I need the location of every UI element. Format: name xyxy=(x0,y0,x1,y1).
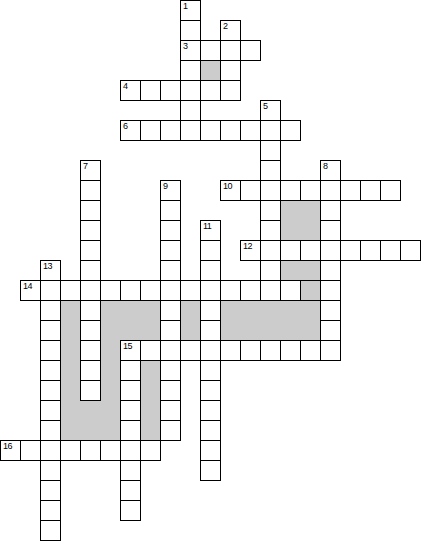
cell-r3-c11[interactable] xyxy=(220,60,241,81)
cell-r13-c2[interactable]: 13 xyxy=(40,260,61,281)
shaded-cell-r21-c5 xyxy=(100,420,121,441)
cell-r11-c8[interactable] xyxy=(160,220,181,241)
cell-r14-c7[interactable] xyxy=(140,280,161,301)
shaded-cell-r3-c10 xyxy=(200,60,221,81)
cell-r22-c5[interactable] xyxy=(100,440,121,461)
cell-r2-c10[interactable] xyxy=(200,40,221,61)
shaded-cell-r19-c5 xyxy=(100,380,121,401)
cell-r11-c13[interactable] xyxy=(260,220,281,241)
cell-r17-c15[interactable] xyxy=(300,340,321,361)
cell-r22-c7[interactable] xyxy=(140,440,161,461)
cell-r9-c16[interactable] xyxy=(320,180,341,201)
clue-number-12: 12 xyxy=(243,242,252,250)
clue-number-7: 7 xyxy=(83,162,88,170)
cell-r6-c6[interactable]: 6 xyxy=(120,120,141,141)
shaded-cell-r17-c5 xyxy=(100,340,121,361)
cell-r13-c8[interactable] xyxy=(160,260,181,281)
cell-r17-c2[interactable] xyxy=(40,340,61,361)
crossword-board: 12345678910111213141516 xyxy=(0,0,421,541)
cell-r9-c8[interactable]: 9 xyxy=(160,180,181,201)
shaded-cell-r21-c7 xyxy=(140,420,161,441)
shaded-cell-r16-c14 xyxy=(280,320,301,341)
cell-r9-c11[interactable]: 10 xyxy=(220,180,241,201)
shaded-cell-r17-c3 xyxy=(60,340,81,361)
shaded-cell-r16-c5 xyxy=(100,320,121,341)
cell-r15-c8[interactable] xyxy=(160,300,181,321)
cell-r11-c16[interactable] xyxy=(320,220,341,241)
shaded-cell-r19-c7 xyxy=(140,380,161,401)
clue-number-14: 14 xyxy=(23,282,32,290)
cell-r4-c7[interactable] xyxy=(140,80,161,101)
clue-number-11: 11 xyxy=(203,222,211,230)
cell-r14-c3[interactable] xyxy=(60,280,81,301)
cell-r5-c9[interactable] xyxy=(180,100,201,121)
cell-r14-c1[interactable]: 14 xyxy=(20,280,41,301)
cell-r12-c15[interactable] xyxy=(300,240,321,261)
shaded-cell-r20-c4 xyxy=(80,400,101,421)
cell-r15-c4[interactable] xyxy=(80,300,101,321)
cell-r17-c7[interactable] xyxy=(140,340,161,361)
cell-r22-c0[interactable]: 16 xyxy=(0,440,21,461)
cell-r26-c2[interactable] xyxy=(40,520,61,541)
shaded-cell-r19-c3 xyxy=(60,380,81,401)
shaded-cell-r16-c7 xyxy=(140,320,161,341)
cell-r10-c4[interactable] xyxy=(80,200,101,221)
cell-r19-c8[interactable] xyxy=(160,380,181,401)
cell-r14-c2[interactable] xyxy=(40,280,61,301)
cell-r17-c8[interactable] xyxy=(160,340,181,361)
cell-r16-c2[interactable] xyxy=(40,320,61,341)
clue-number-9: 9 xyxy=(163,182,168,190)
cell-r14-c5[interactable] xyxy=(100,280,121,301)
cell-r18-c2[interactable] xyxy=(40,360,61,381)
cell-r1-c11[interactable]: 2 xyxy=(220,20,241,41)
cell-r17-c6[interactable]: 15 xyxy=(120,340,141,361)
cell-r5-c13[interactable]: 5 xyxy=(260,100,281,121)
cell-r9-c17[interactable] xyxy=(340,180,361,201)
cell-r9-c15[interactable] xyxy=(300,180,321,201)
cell-r20-c8[interactable] xyxy=(160,400,181,421)
shaded-cell-r21-c4 xyxy=(80,420,101,441)
shaded-cell-r16-c9 xyxy=(180,320,201,341)
clue-number-5: 5 xyxy=(263,102,268,110)
shaded-cell-r11-c15 xyxy=(300,220,321,241)
shaded-cell-r15-c11 xyxy=(220,300,241,321)
clue-number-4: 4 xyxy=(123,82,128,90)
cell-r18-c10[interactable] xyxy=(200,360,221,381)
shaded-cell-r15-c14 xyxy=(280,300,301,321)
cell-r7-c13[interactable] xyxy=(260,140,281,161)
cell-r12-c10[interactable] xyxy=(200,240,221,261)
cell-r16-c8[interactable] xyxy=(160,320,181,341)
cell-r16-c16[interactable] xyxy=(320,320,341,341)
cell-r24-c6[interactable] xyxy=(120,480,141,501)
clue-number-10: 10 xyxy=(223,182,232,190)
cell-r9-c14[interactable] xyxy=(280,180,301,201)
cell-r13-c4[interactable] xyxy=(80,260,101,281)
cell-r21-c2[interactable] xyxy=(40,420,61,441)
cell-r12-c16[interactable] xyxy=(320,240,341,261)
cell-r21-c10[interactable] xyxy=(200,420,221,441)
cell-r17-c9[interactable] xyxy=(180,340,201,361)
cell-r21-c6[interactable] xyxy=(120,420,141,441)
cell-r9-c18[interactable] xyxy=(360,180,381,201)
shaded-cell-r16-c3 xyxy=(60,320,81,341)
cell-r14-c8[interactable] xyxy=(160,280,181,301)
cell-r14-c4[interactable] xyxy=(80,280,101,301)
shaded-cell-r16-c15 xyxy=(300,320,321,341)
shaded-cell-r15-c3 xyxy=(60,300,81,321)
shaded-cell-r20-c5 xyxy=(100,400,121,421)
cell-r12-c19[interactable] xyxy=(380,240,401,261)
shaded-cell-r13-c14 xyxy=(280,260,301,281)
shaded-cell-r16-c12 xyxy=(240,320,261,341)
clue-number-8: 8 xyxy=(323,162,328,170)
cell-r23-c10[interactable] xyxy=(200,460,221,481)
cell-r19-c10[interactable] xyxy=(200,380,221,401)
shaded-cell-r15-c5 xyxy=(100,300,121,321)
cell-r4-c11[interactable] xyxy=(220,80,241,101)
shaded-cell-r15-c7 xyxy=(140,300,161,321)
clue-number-16: 16 xyxy=(3,442,12,450)
shaded-cell-r21-c3 xyxy=(60,420,81,441)
shaded-cell-r20-c7 xyxy=(140,400,161,421)
cell-r10-c13[interactable] xyxy=(260,200,281,221)
cell-r1-c9[interactable] xyxy=(180,20,201,41)
cell-r14-c10[interactable] xyxy=(200,280,221,301)
cell-r0-c9[interactable]: 1 xyxy=(180,0,201,21)
shaded-cell-r15-c9 xyxy=(180,300,201,321)
cell-r17-c16[interactable] xyxy=(320,340,341,361)
cell-r8-c16[interactable]: 8 xyxy=(320,160,341,181)
shaded-cell-r15-c6 xyxy=(120,300,141,321)
cell-r6-c7[interactable] xyxy=(140,120,161,141)
cell-r22-c2[interactable] xyxy=(40,440,61,461)
cell-r3-c9[interactable] xyxy=(180,60,201,81)
cell-r9-c19[interactable] xyxy=(380,180,401,201)
cell-r4-c10[interactable] xyxy=(200,80,221,101)
shaded-cell-r10-c14 xyxy=(280,200,301,221)
cell-r12-c17[interactable] xyxy=(340,240,361,261)
cell-r12-c8[interactable] xyxy=(160,240,181,261)
cell-r16-c10[interactable] xyxy=(200,320,221,341)
cell-r11-c10[interactable]: 11 xyxy=(200,220,221,241)
cell-r10-c16[interactable] xyxy=(320,200,341,221)
shaded-cell-r16-c6 xyxy=(120,320,141,341)
cell-r12-c12[interactable]: 12 xyxy=(240,240,261,261)
cell-r4-c8[interactable] xyxy=(160,80,181,101)
cell-r16-c4[interactable] xyxy=(80,320,101,341)
cell-r6-c12[interactable] xyxy=(240,120,261,141)
shaded-cell-r11-c14 xyxy=(280,220,301,241)
cell-r13-c13[interactable] xyxy=(260,260,281,281)
cell-r25-c2[interactable] xyxy=(40,500,61,521)
clue-number-3: 3 xyxy=(183,42,188,50)
cell-r15-c2[interactable] xyxy=(40,300,61,321)
cell-r11-c4[interactable] xyxy=(80,220,101,241)
cell-r20-c10[interactable] xyxy=(200,400,221,421)
shaded-cell-r18-c7 xyxy=(140,360,161,381)
shaded-cell-r13-c15 xyxy=(300,260,321,281)
cell-r9-c12[interactable] xyxy=(240,180,261,201)
cell-r17-c13[interactable] xyxy=(260,340,281,361)
cell-r17-c10[interactable] xyxy=(200,340,221,361)
cell-r18-c8[interactable] xyxy=(160,360,181,381)
cell-r15-c16[interactable] xyxy=(320,300,341,321)
cell-r6-c13[interactable] xyxy=(260,120,281,141)
cell-r25-c6[interactable] xyxy=(120,500,141,521)
cell-r22-c4[interactable] xyxy=(80,440,101,461)
cell-r4-c6[interactable]: 4 xyxy=(120,80,141,101)
shaded-cell-r16-c11 xyxy=(220,320,241,341)
cell-r12-c4[interactable] xyxy=(80,240,101,261)
clue-number-13: 13 xyxy=(43,262,52,270)
cell-r6-c8[interactable] xyxy=(160,120,181,141)
cell-r20-c2[interactable] xyxy=(40,400,61,421)
clue-number-1: 1 xyxy=(183,2,188,10)
cell-r9-c13[interactable] xyxy=(260,180,281,201)
cell-r22-c10[interactable] xyxy=(200,440,221,461)
cell-r13-c16[interactable] xyxy=(320,260,341,281)
cell-r12-c18[interactable] xyxy=(360,240,381,261)
clue-number-6: 6 xyxy=(123,122,128,130)
cell-r22-c6[interactable] xyxy=(120,440,141,461)
shaded-cell-r15-c12 xyxy=(240,300,261,321)
cell-r8-c13[interactable] xyxy=(260,160,281,181)
cell-r8-c4[interactable]: 7 xyxy=(80,160,101,181)
cell-r19-c2[interactable] xyxy=(40,380,61,401)
shaded-cell-r18-c3 xyxy=(60,360,81,381)
shaded-letter-cell-r14-c15[interactable] xyxy=(300,280,321,301)
cell-r23-c6[interactable] xyxy=(120,460,141,481)
cell-r14-c14[interactable] xyxy=(280,280,301,301)
cell-r15-c10[interactable] xyxy=(200,300,221,321)
cell-r22-c3[interactable] xyxy=(60,440,81,461)
cell-r17-c14[interactable] xyxy=(280,340,301,361)
cell-r12-c13[interactable] xyxy=(260,240,281,261)
cell-r9-c4[interactable] xyxy=(80,180,101,201)
clue-number-2: 2 xyxy=(223,22,228,30)
cell-r19-c6[interactable] xyxy=(120,380,141,401)
cell-r6-c9[interactable] xyxy=(180,120,201,141)
cell-r13-c10[interactable] xyxy=(200,260,221,281)
cell-r21-c8[interactable] xyxy=(160,420,181,441)
cell-r6-c10[interactable] xyxy=(200,120,221,141)
cell-r2-c9[interactable]: 3 xyxy=(180,40,201,61)
cell-r14-c11[interactable] xyxy=(220,280,241,301)
cell-r18-c6[interactable] xyxy=(120,360,141,381)
cell-r18-c4[interactable] xyxy=(80,360,101,381)
shaded-cell-r16-c13 xyxy=(260,320,281,341)
cell-r20-c6[interactable] xyxy=(120,400,141,421)
shaded-cell-r20-c3 xyxy=(60,400,81,421)
cell-r24-c2[interactable] xyxy=(40,480,61,501)
cell-r14-c9[interactable] xyxy=(180,280,201,301)
clue-number-15: 15 xyxy=(123,342,132,350)
cell-r10-c8[interactable] xyxy=(160,200,181,221)
cell-r22-c1[interactable] xyxy=(20,440,41,461)
cell-r14-c6[interactable] xyxy=(120,280,141,301)
cell-r12-c14[interactable] xyxy=(280,240,301,261)
cell-r12-c20[interactable] xyxy=(400,240,421,261)
cell-r6-c14[interactable] xyxy=(280,120,301,141)
shaded-cell-r18-c5 xyxy=(100,360,121,381)
cell-r14-c12[interactable] xyxy=(240,280,261,301)
shaded-cell-r15-c13 xyxy=(260,300,281,321)
cell-r17-c12[interactable] xyxy=(240,340,261,361)
cell-r6-c11[interactable] xyxy=(220,120,241,141)
cell-r4-c9[interactable] xyxy=(180,80,201,101)
cell-r23-c2[interactable] xyxy=(40,460,61,481)
shaded-cell-r10-c15 xyxy=(300,200,321,221)
cell-r14-c16[interactable] xyxy=(320,280,341,301)
shaded-cell-r15-c15 xyxy=(300,300,321,321)
cell-r17-c4[interactable] xyxy=(80,340,101,361)
cell-r2-c11[interactable] xyxy=(220,40,241,61)
cell-r14-c13[interactable] xyxy=(260,280,281,301)
cell-r19-c4[interactable] xyxy=(80,380,101,401)
cell-r17-c11[interactable] xyxy=(220,340,241,361)
cell-r2-c12[interactable] xyxy=(240,40,261,61)
